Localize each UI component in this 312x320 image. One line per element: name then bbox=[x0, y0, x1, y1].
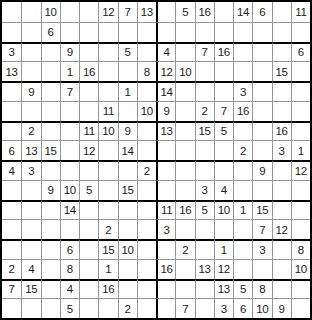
cell-r9c10[interactable] bbox=[175, 160, 194, 180]
cell-r2c9[interactable] bbox=[156, 22, 175, 42]
cell-r2c7[interactable] bbox=[118, 22, 137, 42]
cell-r7c16[interactable] bbox=[291, 121, 310, 141]
cell-r10c7[interactable]: 15 bbox=[118, 180, 137, 200]
cell-r1c12[interactable] bbox=[214, 2, 233, 22]
cell-r16c8[interactable] bbox=[137, 298, 156, 318]
cell-r10c2[interactable] bbox=[21, 180, 40, 200]
cell-r6c2[interactable] bbox=[21, 101, 40, 121]
cell-r12c2[interactable] bbox=[21, 219, 40, 239]
cell-r12c1[interactable] bbox=[2, 219, 21, 239]
cell-r12c11[interactable] bbox=[195, 219, 214, 239]
cell-r7c9[interactable]: 13 bbox=[156, 121, 175, 141]
cell-r1c6[interactable]: 12 bbox=[98, 2, 117, 22]
cell-r12c3[interactable] bbox=[41, 219, 60, 239]
cell-r4c7[interactable] bbox=[118, 61, 137, 81]
sudoku-board: 1012713516146116395471661311681210159711… bbox=[0, 0, 312, 320]
cell-r16c6[interactable] bbox=[98, 298, 117, 318]
cell-r1c13[interactable]: 14 bbox=[233, 2, 252, 22]
cell-r15c13[interactable]: 5 bbox=[233, 279, 252, 299]
cell-r1c4[interactable] bbox=[60, 2, 79, 22]
cell-r5c7[interactable]: 1 bbox=[118, 81, 137, 101]
cell-r2c13[interactable] bbox=[233, 22, 252, 42]
cell-r8c15[interactable]: 3 bbox=[272, 140, 291, 160]
cell-r13c7[interactable]: 10 bbox=[118, 239, 137, 259]
cell-r10c11[interactable]: 3 bbox=[195, 180, 214, 200]
cell-r3c10[interactable] bbox=[175, 42, 194, 62]
cell-r3c14[interactable] bbox=[252, 42, 271, 62]
cell-r10c15[interactable] bbox=[272, 180, 291, 200]
cell-r1c14[interactable]: 6 bbox=[252, 2, 271, 22]
cell-r6c3[interactable] bbox=[41, 101, 60, 121]
cell-r13c11[interactable] bbox=[195, 239, 214, 259]
cell-r10c14[interactable] bbox=[252, 180, 271, 200]
cell-r14c4[interactable]: 8 bbox=[60, 259, 79, 279]
cell-r13c4[interactable]: 6 bbox=[60, 239, 79, 259]
cell-r16c9[interactable] bbox=[156, 298, 175, 318]
cell-r2c4[interactable] bbox=[60, 22, 79, 42]
cell-r7c1[interactable] bbox=[2, 121, 21, 141]
cell-r8c3[interactable]: 15 bbox=[41, 140, 60, 160]
cell-r12c13[interactable] bbox=[233, 219, 252, 239]
cell-r14c15[interactable] bbox=[272, 259, 291, 279]
cell-r6c14[interactable] bbox=[252, 101, 271, 121]
cell-r5c1[interactable] bbox=[2, 81, 21, 101]
cell-r8c10[interactable] bbox=[175, 140, 194, 160]
cell-r5c2[interactable]: 9 bbox=[21, 81, 40, 101]
cell-r14c12[interactable]: 12 bbox=[214, 259, 233, 279]
cell-r8c2[interactable]: 13 bbox=[21, 140, 40, 160]
cell-r5c15[interactable] bbox=[272, 81, 291, 101]
cell-r11c6[interactable] bbox=[98, 200, 117, 220]
cell-r14c13[interactable] bbox=[233, 259, 252, 279]
cell-r10c16[interactable] bbox=[291, 180, 310, 200]
cell-r16c12[interactable]: 3 bbox=[214, 298, 233, 318]
cell-r15c2[interactable]: 15 bbox=[21, 279, 40, 299]
cell-r13c5[interactable] bbox=[79, 239, 98, 259]
cell-r7c15[interactable]: 16 bbox=[272, 121, 291, 141]
cell-r8c1[interactable]: 6 bbox=[2, 140, 21, 160]
cell-r1c5[interactable] bbox=[79, 2, 98, 22]
cell-r16c16[interactable] bbox=[291, 298, 310, 318]
cell-r1c7[interactable]: 7 bbox=[118, 2, 137, 22]
cell-r4c8[interactable]: 8 bbox=[137, 61, 156, 81]
cell-r2c16[interactable] bbox=[291, 22, 310, 42]
cell-r9c3[interactable] bbox=[41, 160, 60, 180]
cell-r9c5[interactable] bbox=[79, 160, 98, 180]
cell-r13c8[interactable] bbox=[137, 239, 156, 259]
cell-r2c3[interactable]: 6 bbox=[41, 22, 60, 42]
cell-r16c4[interactable]: 5 bbox=[60, 298, 79, 318]
cell-r4c6[interactable] bbox=[98, 61, 117, 81]
cell-r11c1[interactable] bbox=[2, 200, 21, 220]
cell-r2c10[interactable] bbox=[175, 22, 194, 42]
cell-r8c13[interactable]: 2 bbox=[233, 140, 252, 160]
cell-r9c11[interactable] bbox=[195, 160, 214, 180]
cell-r16c7[interactable]: 2 bbox=[118, 298, 137, 318]
cell-r3c15[interactable] bbox=[272, 42, 291, 62]
cell-r12c16[interactable] bbox=[291, 219, 310, 239]
cell-r5c8[interactable] bbox=[137, 81, 156, 101]
cell-r15c9[interactable] bbox=[156, 279, 175, 299]
cell-r7c13[interactable] bbox=[233, 121, 252, 141]
cell-r4c1[interactable]: 13 bbox=[2, 61, 21, 81]
cell-r4c5[interactable]: 16 bbox=[79, 61, 98, 81]
cell-r3c8[interactable] bbox=[137, 42, 156, 62]
cell-r10c1[interactable] bbox=[2, 180, 21, 200]
cell-r8c5[interactable]: 12 bbox=[79, 140, 98, 160]
cell-r6c12[interactable]: 7 bbox=[214, 101, 233, 121]
cell-r7c3[interactable] bbox=[41, 121, 60, 141]
cell-r1c1[interactable] bbox=[2, 2, 21, 22]
cell-r3c16[interactable]: 6 bbox=[291, 42, 310, 62]
cell-r3c9[interactable]: 4 bbox=[156, 42, 175, 62]
cell-r15c16[interactable] bbox=[291, 279, 310, 299]
cell-r15c5[interactable] bbox=[79, 279, 98, 299]
cell-r11c9[interactable]: 11 bbox=[156, 200, 175, 220]
cell-r15c10[interactable] bbox=[175, 279, 194, 299]
cell-r15c14[interactable]: 8 bbox=[252, 279, 271, 299]
cell-r6c10[interactable] bbox=[175, 101, 194, 121]
cell-r13c16[interactable]: 8 bbox=[291, 239, 310, 259]
cell-r8c6[interactable] bbox=[98, 140, 117, 160]
cell-r6c1[interactable] bbox=[2, 101, 21, 121]
cell-r2c11[interactable] bbox=[195, 22, 214, 42]
cell-r4c16[interactable] bbox=[291, 61, 310, 81]
cell-r8c11[interactable] bbox=[195, 140, 214, 160]
cell-r15c8[interactable] bbox=[137, 279, 156, 299]
cell-r13c6[interactable]: 15 bbox=[98, 239, 117, 259]
cell-r5c6[interactable] bbox=[98, 81, 117, 101]
cell-r5c3[interactable] bbox=[41, 81, 60, 101]
cell-r15c11[interactable] bbox=[195, 279, 214, 299]
cell-r11c14[interactable]: 15 bbox=[252, 200, 271, 220]
cell-r15c7[interactable] bbox=[118, 279, 137, 299]
cell-r11c8[interactable] bbox=[137, 200, 156, 220]
cell-r2c12[interactable] bbox=[214, 22, 233, 42]
cell-r16c5[interactable] bbox=[79, 298, 98, 318]
cell-r9c15[interactable] bbox=[272, 160, 291, 180]
cell-r13c1[interactable] bbox=[2, 239, 21, 259]
cell-r16c14[interactable]: 10 bbox=[252, 298, 271, 318]
cell-r12c6[interactable]: 2 bbox=[98, 219, 117, 239]
cell-r1c2[interactable] bbox=[21, 2, 40, 22]
cell-r14c3[interactable] bbox=[41, 259, 60, 279]
cell-r6c13[interactable]: 16 bbox=[233, 101, 252, 121]
cell-r12c4[interactable] bbox=[60, 219, 79, 239]
cell-r11c4[interactable]: 14 bbox=[60, 200, 79, 220]
cell-r10c6[interactable] bbox=[98, 180, 117, 200]
cell-r9c6[interactable] bbox=[98, 160, 117, 180]
cell-r13c13[interactable] bbox=[233, 239, 252, 259]
cell-r9c13[interactable] bbox=[233, 160, 252, 180]
cell-r3c2[interactable] bbox=[21, 42, 40, 62]
cell-r8c4[interactable] bbox=[60, 140, 79, 160]
cell-r5c4[interactable]: 7 bbox=[60, 81, 79, 101]
cell-r15c12[interactable]: 13 bbox=[214, 279, 233, 299]
cell-r6c8[interactable]: 10 bbox=[137, 101, 156, 121]
cell-r10c9[interactable] bbox=[156, 180, 175, 200]
cell-r16c13[interactable]: 6 bbox=[233, 298, 252, 318]
cell-r3c7[interactable]: 5 bbox=[118, 42, 137, 62]
cell-r10c12[interactable]: 4 bbox=[214, 180, 233, 200]
cell-r4c4[interactable]: 1 bbox=[60, 61, 79, 81]
cell-r14c2[interactable]: 4 bbox=[21, 259, 40, 279]
cell-r5c14[interactable] bbox=[252, 81, 271, 101]
cell-r5c12[interactable] bbox=[214, 81, 233, 101]
cell-r8c9[interactable] bbox=[156, 140, 175, 160]
cell-r7c5[interactable]: 11 bbox=[79, 121, 98, 141]
cell-r3c3[interactable] bbox=[41, 42, 60, 62]
cell-r3c13[interactable] bbox=[233, 42, 252, 62]
cell-r16c1[interactable] bbox=[2, 298, 21, 318]
cell-r13c2[interactable] bbox=[21, 239, 40, 259]
cell-r6c9[interactable]: 9 bbox=[156, 101, 175, 121]
cell-r16c15[interactable]: 9 bbox=[272, 298, 291, 318]
cell-r9c8[interactable]: 2 bbox=[137, 160, 156, 180]
cell-r9c12[interactable] bbox=[214, 160, 233, 180]
cell-r7c2[interactable]: 2 bbox=[21, 121, 40, 141]
cell-r11c2[interactable] bbox=[21, 200, 40, 220]
cell-r9c4[interactable] bbox=[60, 160, 79, 180]
cell-r5c16[interactable] bbox=[291, 81, 310, 101]
cell-r16c3[interactable] bbox=[41, 298, 60, 318]
cell-r14c10[interactable] bbox=[175, 259, 194, 279]
cell-r14c14[interactable] bbox=[252, 259, 271, 279]
cell-r8c8[interactable] bbox=[137, 140, 156, 160]
cell-r11c11[interactable]: 5 bbox=[195, 200, 214, 220]
cell-r2c8[interactable] bbox=[137, 22, 156, 42]
cell-r14c16[interactable]: 10 bbox=[291, 259, 310, 279]
cell-r14c7[interactable] bbox=[118, 259, 137, 279]
cell-r5c5[interactable] bbox=[79, 81, 98, 101]
cell-r7c11[interactable]: 15 bbox=[195, 121, 214, 141]
cell-r4c13[interactable] bbox=[233, 61, 252, 81]
cell-r13c3[interactable] bbox=[41, 239, 60, 259]
cell-r13c10[interactable]: 2 bbox=[175, 239, 194, 259]
cell-r16c11[interactable] bbox=[195, 298, 214, 318]
cell-r11c5[interactable] bbox=[79, 200, 98, 220]
cell-r3c4[interactable]: 9 bbox=[60, 42, 79, 62]
cell-r6c7[interactable] bbox=[118, 101, 137, 121]
cell-r1c9[interactable] bbox=[156, 2, 175, 22]
cell-r11c3[interactable] bbox=[41, 200, 60, 220]
cell-r6c16[interactable] bbox=[291, 101, 310, 121]
cell-r6c5[interactable] bbox=[79, 101, 98, 121]
cell-r5c13[interactable]: 3 bbox=[233, 81, 252, 101]
cell-r14c1[interactable]: 2 bbox=[2, 259, 21, 279]
cell-r12c9[interactable]: 3 bbox=[156, 219, 175, 239]
cell-r3c12[interactable]: 16 bbox=[214, 42, 233, 62]
cell-r8c12[interactable] bbox=[214, 140, 233, 160]
cell-r13c14[interactable]: 3 bbox=[252, 239, 271, 259]
cell-r2c14[interactable] bbox=[252, 22, 271, 42]
cell-r4c2[interactable] bbox=[21, 61, 40, 81]
cell-r16c10[interactable]: 7 bbox=[175, 298, 194, 318]
cell-r4c15[interactable]: 15 bbox=[272, 61, 291, 81]
cell-r4c14[interactable] bbox=[252, 61, 271, 81]
cell-r2c15[interactable] bbox=[272, 22, 291, 42]
cell-r5c10[interactable] bbox=[175, 81, 194, 101]
cell-r7c8[interactable] bbox=[137, 121, 156, 141]
cell-r14c6[interactable]: 1 bbox=[98, 259, 117, 279]
cell-r15c1[interactable]: 7 bbox=[2, 279, 21, 299]
cell-r11c7[interactable] bbox=[118, 200, 137, 220]
cell-r12c10[interactable] bbox=[175, 219, 194, 239]
cell-r14c5[interactable] bbox=[79, 259, 98, 279]
cell-r1c3[interactable]: 10 bbox=[41, 2, 60, 22]
cell-r1c10[interactable]: 5 bbox=[175, 2, 194, 22]
cell-r10c13[interactable] bbox=[233, 180, 252, 200]
cell-r2c5[interactable] bbox=[79, 22, 98, 42]
cell-r3c6[interactable] bbox=[98, 42, 117, 62]
cell-r15c4[interactable]: 4 bbox=[60, 279, 79, 299]
cell-r12c12[interactable] bbox=[214, 219, 233, 239]
cell-r10c4[interactable]: 10 bbox=[60, 180, 79, 200]
cell-r10c5[interactable]: 5 bbox=[79, 180, 98, 200]
cell-r3c1[interactable]: 3 bbox=[2, 42, 21, 62]
cell-r9c7[interactable] bbox=[118, 160, 137, 180]
cell-r1c16[interactable]: 11 bbox=[291, 2, 310, 22]
cell-r13c9[interactable] bbox=[156, 239, 175, 259]
cell-r12c8[interactable] bbox=[137, 219, 156, 239]
cell-r7c4[interactable] bbox=[60, 121, 79, 141]
cell-r10c3[interactable]: 9 bbox=[41, 180, 60, 200]
cell-r5c9[interactable]: 14 bbox=[156, 81, 175, 101]
cell-r1c8[interactable]: 13 bbox=[137, 2, 156, 22]
cell-r2c6[interactable] bbox=[98, 22, 117, 42]
cell-r7c12[interactable]: 5 bbox=[214, 121, 233, 141]
cell-r11c13[interactable]: 1 bbox=[233, 200, 252, 220]
cell-r6c15[interactable] bbox=[272, 101, 291, 121]
cell-r15c15[interactable] bbox=[272, 279, 291, 299]
cell-r16c2[interactable] bbox=[21, 298, 40, 318]
cell-r9c16[interactable]: 12 bbox=[291, 160, 310, 180]
cell-r4c11[interactable] bbox=[195, 61, 214, 81]
cell-r6c11[interactable]: 2 bbox=[195, 101, 214, 121]
cell-r8c14[interactable] bbox=[252, 140, 271, 160]
cell-r9c2[interactable]: 3 bbox=[21, 160, 40, 180]
cell-r4c3[interactable] bbox=[41, 61, 60, 81]
cell-r4c12[interactable] bbox=[214, 61, 233, 81]
cell-r10c8[interactable] bbox=[137, 180, 156, 200]
cell-r7c7[interactable]: 9 bbox=[118, 121, 137, 141]
cell-r12c14[interactable]: 7 bbox=[252, 219, 271, 239]
cell-r6c6[interactable]: 11 bbox=[98, 101, 117, 121]
cell-r12c5[interactable] bbox=[79, 219, 98, 239]
cell-r4c9[interactable]: 12 bbox=[156, 61, 175, 81]
cell-r12c15[interactable]: 12 bbox=[272, 219, 291, 239]
cell-r6c4[interactable] bbox=[60, 101, 79, 121]
cell-r15c3[interactable] bbox=[41, 279, 60, 299]
cell-r11c12[interactable]: 10 bbox=[214, 200, 233, 220]
cell-r8c16[interactable]: 1 bbox=[291, 140, 310, 160]
cell-r13c12[interactable]: 1 bbox=[214, 239, 233, 259]
cell-r5c11[interactable] bbox=[195, 81, 214, 101]
cell-r13c15[interactable] bbox=[272, 239, 291, 259]
cell-r1c15[interactable] bbox=[272, 2, 291, 22]
cell-r14c9[interactable]: 16 bbox=[156, 259, 175, 279]
cell-r2c2[interactable] bbox=[21, 22, 40, 42]
cell-r8c7[interactable]: 14 bbox=[118, 140, 137, 160]
cell-r9c14[interactable]: 9 bbox=[252, 160, 271, 180]
cell-r10c10[interactable] bbox=[175, 180, 194, 200]
cell-r15c6[interactable]: 16 bbox=[98, 279, 117, 299]
cell-r3c5[interactable] bbox=[79, 42, 98, 62]
cell-r9c9[interactable] bbox=[156, 160, 175, 180]
cell-r11c16[interactable] bbox=[291, 200, 310, 220]
cell-r7c10[interactable] bbox=[175, 121, 194, 141]
cell-r7c14[interactable] bbox=[252, 121, 271, 141]
cell-r2c1[interactable] bbox=[2, 22, 21, 42]
cell-r11c15[interactable] bbox=[272, 200, 291, 220]
cell-r12c7[interactable] bbox=[118, 219, 137, 239]
cell-r14c8[interactable] bbox=[137, 259, 156, 279]
cell-r4c10[interactable]: 10 bbox=[175, 61, 194, 81]
cell-r9c1[interactable]: 4 bbox=[2, 160, 21, 180]
cell-r14c11[interactable]: 13 bbox=[195, 259, 214, 279]
cell-r3c11[interactable]: 7 bbox=[195, 42, 214, 62]
cell-r7c6[interactable]: 10 bbox=[98, 121, 117, 141]
cell-r11c10[interactable]: 16 bbox=[175, 200, 194, 220]
cell-r1c11[interactable]: 16 bbox=[195, 2, 214, 22]
